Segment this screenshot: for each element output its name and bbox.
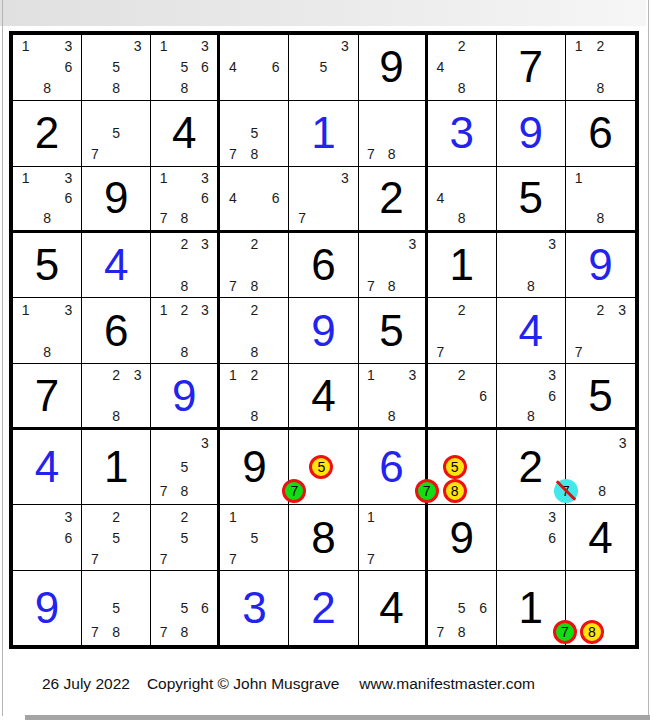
candidate-8: 8 [592,620,616,644]
footer-site: www.manifestmaster.com [359,675,535,693]
cell-r9c9[interactable]: 78 [566,571,635,645]
cell-r1c4[interactable]: 46 [220,35,289,101]
candidate-5: 5 [313,57,334,78]
candidate-8: 8 [244,406,265,426]
cell-r1c2[interactable]: 358 [82,35,151,101]
given-digit: 5 [588,374,612,418]
given-digit: 2 [519,445,543,489]
given-digit: 6 [104,309,128,353]
candidate-5: 5 [105,596,126,620]
cell-r7c1[interactable]: 4 [13,430,82,505]
candidate-7: 7 [222,548,243,569]
given-digit: 7 [35,374,59,418]
candidate-3: 3 [195,36,216,57]
given-digit: 4 [588,516,612,560]
candidate-8: 8 [381,275,402,296]
candidate-6: 6 [58,188,79,208]
cell-r1c7[interactable]: 248 [428,35,497,101]
solved-digit: 9 [35,586,59,630]
given-digit: 8 [311,516,335,560]
candidate-7: 7 [568,479,592,503]
candidate-8: 8 [36,208,57,228]
candidate-8: 8 [105,406,126,426]
cell-r3c5[interactable]: 37 [289,167,358,233]
cell-r6c9[interactable]: 5 [566,364,635,430]
cell-r2c8[interactable]: 9 [497,101,566,167]
candidate-6: 6 [58,57,79,78]
candidate-7: 7 [430,620,451,644]
candidate-3: 3 [334,36,355,57]
cell-r6c7[interactable]: 26 [428,364,497,430]
candidate-6: 6 [265,57,286,78]
cell-r9c2[interactable]: 578 [82,571,151,645]
candidate-8: 8 [381,406,402,426]
cell-r3c4[interactable]: 46 [220,167,289,233]
cell-r1c8[interactable]: 7 [497,35,566,101]
candidate-2: 2 [105,506,126,527]
given-digit: 1 [104,445,128,489]
candidate-7: 7 [84,144,105,165]
cell-r7c2[interactable]: 1 [82,430,151,505]
candidate-5: 5 [244,123,265,144]
given-digit: 2 [379,176,403,220]
candidate-1: 1 [15,36,36,57]
candidate-8: 8 [454,479,478,503]
cell-r8c8[interactable]: 36 [497,505,566,571]
solved-digit: 3 [449,111,473,155]
footer-copyright: Copyright © John Musgrave [147,675,339,693]
cell-r6c3[interactable]: 9 [151,364,220,430]
candidate-7: 7 [291,479,315,503]
cell-r3c7[interactable]: 48 [428,167,497,233]
given-digit: 4 [379,586,403,630]
cell-r2c7[interactable]: 3 [428,101,497,167]
candidate-3: 3 [127,365,148,385]
candidate-7: 7 [153,479,174,503]
candidate-2: 2 [174,299,195,320]
candidate-6: 6 [195,57,216,78]
solved-digit: 1 [311,111,335,155]
cell-r3c8[interactable]: 5 [497,167,566,233]
candidate-3: 3 [611,299,633,320]
candidate-4: 4 [222,188,243,208]
candidate-8: 8 [451,208,472,228]
candidate-1: 1 [15,168,36,188]
cell-r3c9[interactable]: 18 [566,167,635,233]
candidate-2: 2 [451,365,472,385]
candidate-8: 8 [174,341,195,362]
cell-r7c9[interactable]: 378 [566,430,635,505]
bottom-shadow [25,715,650,720]
candidate-7: 7 [361,548,382,569]
candidate-3: 3 [127,36,148,57]
solved-digit: 9 [519,111,543,155]
candidate-2: 2 [174,506,195,527]
candidate-5: 5 [105,123,126,144]
given-digit: 7 [519,45,543,89]
cell-r8c4[interactable]: 157 [220,505,289,571]
cell-r8c2[interactable]: 257 [82,505,151,571]
candidate-7: 7 [153,208,174,228]
given-digit: 1 [449,243,473,287]
candidate-1: 1 [153,36,174,57]
candidate-1: 1 [568,36,590,57]
solved-digit: 3 [242,586,266,630]
candidate-8: 8 [244,341,265,362]
given-digit: 9 [379,45,403,89]
cell-r4c2[interactable]: 4 [82,233,151,299]
cell-r4c4[interactable]: 278 [220,233,289,299]
candidate-3: 3 [195,431,216,455]
cell-r8c3[interactable]: 257 [151,505,220,571]
candidate-3: 3 [612,431,633,455]
given-digit: 5 [35,243,59,287]
candidate-3: 3 [195,299,216,320]
candidate-8: 8 [36,78,57,99]
footer-date: 26 July 2022 [42,675,130,693]
candidate-7: 7 [222,144,243,165]
candidate-8: 8 [174,208,195,228]
candidate-7: 7 [84,548,105,569]
candidate-1: 1 [222,506,243,527]
candidate-3: 3 [58,506,79,527]
given-digit: 9 [104,176,128,220]
cell-r5c3[interactable]: 1238 [151,298,220,364]
cell-r9c6[interactable]: 4 [359,571,428,645]
candidate-5: 5 [105,527,126,548]
cell-r5c4[interactable]: 28 [220,298,289,364]
candidate-1: 1 [361,365,382,385]
candidate-1: 1 [568,168,590,188]
candidate-3: 3 [58,168,79,188]
cell-r7c7[interactable]: 578 [428,430,497,505]
candidate-3: 3 [542,365,563,385]
page-right-border [648,0,649,716]
candidate-8: 8 [451,620,472,644]
cell-r2c6[interactable]: 78 [359,101,428,167]
solved-digit: 4 [519,309,543,353]
cell-r7c4[interactable]: 9 [220,430,289,505]
candidate-6: 6 [265,188,286,208]
solved-digit: 6 [379,445,403,489]
solved-digit: 9 [588,243,612,287]
candidate-6: 6 [195,188,216,208]
candidate-2: 2 [105,365,126,385]
candidate-2: 2 [244,234,265,255]
page: 1368358135684635924871282574578178396136… [0,0,650,720]
candidate-4: 4 [222,57,243,78]
candidate-8: 8 [36,341,57,362]
cell-r9c5[interactable]: 2 [289,571,358,645]
cell-r7c3[interactable]: 3578 [151,430,220,505]
footer: 26 July 2022Copyright © John Musgravewww… [42,674,535,694]
cell-r5c6[interactable]: 5 [359,298,428,364]
cell-r9c1[interactable]: 9 [13,571,82,645]
solved-digit: 2 [311,586,335,630]
candidate-8: 8 [451,78,472,99]
given-digit: 5 [519,176,543,220]
cell-r8c6[interactable]: 17 [359,505,428,571]
candidate-8: 8 [174,78,195,99]
candidate-5: 5 [174,57,195,78]
candidate-5: 5 [315,455,339,479]
candidate-2: 2 [244,365,265,385]
cell-r6c1[interactable]: 7 [13,364,82,430]
candidate-3: 3 [58,299,79,320]
candidate-5: 5 [244,527,265,548]
cell-r9c4[interactable]: 3 [220,571,289,645]
solved-digit: 9 [172,374,196,418]
candidate-1: 1 [153,168,174,188]
candidate-5: 5 [174,527,195,548]
cell-r1c9[interactable]: 128 [566,35,635,101]
cell-r6c5[interactable]: 4 [289,364,358,430]
cell-r8c1[interactable]: 36 [13,505,82,571]
highlight-yellow-circle: 8 [580,620,604,644]
candidate-6: 6 [58,527,79,548]
cell-r2c9[interactable]: 6 [566,101,635,167]
cell-r4c6[interactable]: 378 [359,233,428,299]
solved-digit: 4 [35,445,59,489]
candidate-3: 3 [542,506,563,527]
candidate-7: 7 [361,275,382,296]
cell-r4c7[interactable]: 1 [428,233,497,299]
sudoku-grid: 1368358135684635924871282574578178396136… [9,31,639,649]
cell-r8c7[interactable]: 9 [428,505,497,571]
candidate-5: 5 [454,455,478,479]
candidate-3: 3 [402,234,423,255]
candidate-6: 6 [472,386,493,406]
candidate-3: 3 [334,168,355,188]
solved-digit: 4 [104,243,128,287]
candidate-4: 4 [430,188,451,208]
cell-r3c2[interactable]: 9 [82,167,151,233]
cell-r6c8[interactable]: 368 [497,364,566,430]
cell-r5c8[interactable]: 4 [497,298,566,364]
cell-r3c6[interactable]: 2 [359,167,428,233]
page-left-border [2,0,3,716]
given-digit: 1 [519,586,543,630]
candidate-7: 7 [291,208,312,228]
header-band [0,0,646,26]
candidate-7: 7 [430,341,451,362]
candidate-8: 8 [174,479,195,503]
candidate-6: 6 [542,386,563,406]
cell-r6c6[interactable]: 138 [359,364,428,430]
candidate-7: 7 [84,620,105,644]
candidate-6: 6 [195,596,216,620]
cell-r5c7[interactable]: 27 [428,298,497,364]
candidate-3: 3 [195,234,216,255]
candidate-2: 2 [451,299,472,320]
candidate-2: 2 [244,299,265,320]
candidate-2: 2 [590,299,612,320]
candidate-8: 8 [520,275,541,296]
candidate-1: 1 [15,299,36,320]
cell-r5c1[interactable]: 138 [13,298,82,364]
cell-r2c5[interactable]: 1 [289,101,358,167]
candidate-8: 8 [590,78,612,99]
candidate-1: 1 [222,365,243,385]
highlight-green-circle: 7 [553,620,577,644]
candidate-7: 7 [153,548,174,569]
given-digit: 9 [449,516,473,560]
cell-r4c3[interactable]: 238 [151,233,220,299]
candidate-6: 6 [542,527,563,548]
candidate-8: 8 [174,275,195,296]
given-digit: 9 [242,445,266,489]
candidate-3: 3 [542,234,563,255]
candidate-7: 7 [153,620,174,644]
candidate-8: 8 [381,144,402,165]
solved-digit: 9 [311,309,335,353]
highlight-green-circle: 7 [415,479,439,503]
candidate-5: 5 [174,455,195,479]
cell-r1c5[interactable]: 35 [289,35,358,101]
cell-r2c4[interactable]: 578 [220,101,289,167]
candidate-8: 8 [244,275,265,296]
candidate-2: 2 [451,36,472,57]
cell-r3c3[interactable]: 13678 [151,167,220,233]
cell-r2c1[interactable]: 2 [13,101,82,167]
candidate-7: 7 [361,144,382,165]
candidate-5: 5 [105,57,126,78]
highlight-yellow-circle: 5 [443,455,467,479]
highlight-cyan-circle: 7 [554,479,578,503]
cell-r6c4[interactable]: 128 [220,364,289,430]
highlight-yellow-circle: 8 [443,479,467,503]
candidate-8: 8 [592,479,613,503]
candidate-1: 1 [361,506,382,527]
candidate-1: 1 [153,299,174,320]
given-digit: 6 [311,243,335,287]
cell-r1c6[interactable]: 9 [359,35,428,101]
candidate-3: 3 [58,36,79,57]
candidate-2: 2 [174,234,195,255]
candidate-8: 8 [174,620,195,644]
cell-r3c1[interactable]: 1368 [13,167,82,233]
cell-r5c5[interactable]: 9 [289,298,358,364]
given-digit: 4 [172,111,196,155]
cell-r8c9[interactable]: 4 [566,505,635,571]
candidate-8: 8 [105,620,126,644]
cell-r4c8[interactable]: 38 [497,233,566,299]
cell-r9c3[interactable]: 5678 [151,571,220,645]
candidate-4: 4 [430,57,451,78]
candidate-5: 5 [451,596,472,620]
cell-r2c3[interactable]: 4 [151,101,220,167]
given-digit: 2 [35,111,59,155]
cell-r6c2[interactable]: 238 [82,364,151,430]
candidate-3: 3 [195,168,216,188]
cell-r4c9[interactable]: 9 [566,233,635,299]
candidate-8: 8 [105,78,126,99]
candidate-3: 3 [402,365,423,385]
given-digit: 5 [379,309,403,353]
cell-r5c2[interactable]: 6 [82,298,151,364]
candidate-8: 8 [590,208,612,228]
cell-r4c5[interactable]: 6 [289,233,358,299]
candidate-6: 6 [472,596,493,620]
candidate-5: 5 [174,596,195,620]
cell-r4c1[interactable]: 5 [13,233,82,299]
given-digit: 6 [588,111,612,155]
cell-r5c9[interactable]: 237 [566,298,635,364]
cell-r2c2[interactable]: 57 [82,101,151,167]
candidate-8: 8 [520,406,541,426]
cell-r1c3[interactable]: 13568 [151,35,220,101]
candidate-2: 2 [590,36,612,57]
highlight-green-circle: 7 [282,479,306,503]
candidate-7: 7 [568,341,590,362]
candidate-8: 8 [244,144,265,165]
cell-r9c7[interactable]: 5678 [428,571,497,645]
cell-r8c5[interactable]: 8 [289,505,358,571]
given-digit: 4 [311,374,335,418]
cell-r1c1[interactable]: 1368 [13,35,82,101]
candidate-7: 7 [222,275,243,296]
highlight-yellow-circle: 5 [309,455,333,479]
cell-r7c5[interactable]: 57 [289,430,358,505]
